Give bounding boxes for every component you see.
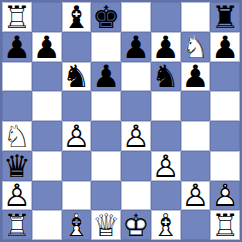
square-h4[interactable]: [210, 121, 240, 151]
black-piece-glyph: ♞: [62, 61, 92, 92]
white-piece-outline-glyph: ♗: [151, 210, 181, 241]
square-d7[interactable]: [91, 32, 121, 62]
square-a1[interactable]: ♜♖: [2, 210, 32, 240]
white-piece-fill-glyph: ♞: [181, 31, 211, 62]
white-piece-outline-glyph: ♔: [121, 210, 151, 241]
white-pawn-f3[interactable]: ♟♙: [151, 151, 181, 181]
white-piece-outline-glyph: ♖: [2, 210, 32, 241]
black-piece-glyph: ♝: [62, 1, 92, 32]
square-c8[interactable]: ♝: [62, 2, 92, 32]
white-piece-outline-glyph: ♕: [91, 210, 121, 241]
white-piece-fill-glyph: ♟: [210, 180, 240, 211]
square-h5[interactable]: [210, 91, 240, 121]
square-b5[interactable]: [32, 91, 62, 121]
square-b1[interactable]: [32, 210, 62, 240]
square-f7[interactable]: ♟: [151, 32, 181, 62]
square-f3[interactable]: ♟♙: [151, 151, 181, 181]
white-piece-outline-glyph: ♘: [2, 120, 32, 151]
white-piece-fill-glyph: ♚: [121, 210, 151, 241]
black-pawn-f7[interactable]: ♟: [151, 32, 181, 62]
black-piece-glyph: ♟: [121, 31, 151, 62]
square-d2[interactable]: [91, 181, 121, 211]
white-piece-outline-glyph: ♘: [181, 31, 211, 62]
square-e7[interactable]: ♟: [121, 32, 151, 62]
square-g6[interactable]: ♟: [181, 62, 211, 92]
black-pawn-h7[interactable]: ♟: [210, 32, 240, 62]
white-piece-outline-glyph: ♙: [121, 120, 151, 151]
black-piece-glyph: ♟: [151, 31, 181, 62]
white-pawn-g2[interactable]: ♟♙: [181, 181, 211, 211]
white-knight-g7[interactable]: ♞♘: [181, 32, 211, 62]
square-d4[interactable]: [91, 121, 121, 151]
white-piece-fill-glyph: ♟: [151, 150, 181, 181]
white-piece-fill-glyph: ♜: [210, 210, 240, 241]
white-piece-outline-glyph: ♙: [210, 180, 240, 211]
square-c7[interactable]: [62, 32, 92, 62]
black-knight-f6[interactable]: ♞: [151, 62, 181, 92]
square-f2[interactable]: [151, 181, 181, 211]
chess-board: ♜♖♝♚♜♟♟♟♟♞♘♟♞♟♞♟♞♘♟♙♟♙♛♟♙♟♙♟♙♟♙♜♖♝♗♛♕♚♔♝…: [0, 0, 242, 242]
white-piece-outline-glyph: ♙: [151, 150, 181, 181]
square-d6[interactable]: ♟: [91, 62, 121, 92]
white-pawn-e4[interactable]: ♟♙: [121, 121, 151, 151]
square-e8[interactable]: [121, 2, 151, 32]
square-g3[interactable]: [181, 151, 211, 181]
square-f4[interactable]: [151, 121, 181, 151]
square-c4[interactable]: ♟♙: [62, 121, 92, 151]
square-b2[interactable]: [32, 181, 62, 211]
square-a6[interactable]: [2, 62, 32, 92]
white-piece-outline-glyph: ♙: [181, 180, 211, 211]
square-a3[interactable]: ♛: [2, 151, 32, 181]
black-knight-c6[interactable]: ♞: [62, 62, 92, 92]
black-piece-glyph: ♚: [91, 1, 121, 32]
white-rook-a1[interactable]: ♜♖: [2, 210, 32, 240]
square-d8[interactable]: ♚: [91, 2, 121, 32]
square-g1[interactable]: [181, 210, 211, 240]
square-b6[interactable]: [32, 62, 62, 92]
square-b4[interactable]: [32, 121, 62, 151]
white-pawn-a2[interactable]: ♟♙: [2, 181, 32, 211]
white-knight-a4[interactable]: ♞♘: [2, 121, 32, 151]
square-c6[interactable]: ♞: [62, 62, 92, 92]
white-piece-fill-glyph: ♛: [91, 210, 121, 241]
square-a8[interactable]: ♜♖: [2, 2, 32, 32]
black-piece-glyph: ♟: [210, 31, 240, 62]
white-queen-d1[interactable]: ♛♕: [91, 210, 121, 240]
white-piece-outline-glyph: ♖: [2, 1, 32, 32]
square-h1[interactable]: ♜♖: [210, 210, 240, 240]
square-h8[interactable]: ♜: [210, 2, 240, 32]
black-piece-glyph: ♟: [91, 61, 121, 92]
square-g2[interactable]: ♟♙: [181, 181, 211, 211]
square-e5[interactable]: [121, 91, 151, 121]
square-d5[interactable]: [91, 91, 121, 121]
square-c1[interactable]: ♝♗: [62, 210, 92, 240]
white-piece-fill-glyph: ♞: [2, 120, 32, 151]
white-piece-fill-glyph: ♝: [151, 210, 181, 241]
white-piece-outline-glyph: ♗: [62, 210, 92, 241]
square-c3[interactable]: [62, 151, 92, 181]
square-g5[interactable]: [181, 91, 211, 121]
black-pawn-d6[interactable]: ♟: [91, 62, 121, 92]
white-piece-fill-glyph: ♟: [2, 180, 32, 211]
black-piece-glyph: ♟: [181, 61, 211, 92]
square-h7[interactable]: ♟: [210, 32, 240, 62]
white-piece-fill-glyph: ♜: [2, 1, 32, 32]
square-e4[interactable]: ♟♙: [121, 121, 151, 151]
white-piece-fill-glyph: ♟: [121, 120, 151, 151]
square-f5[interactable]: [151, 91, 181, 121]
square-h3[interactable]: [210, 151, 240, 181]
black-piece-glyph: ♜: [210, 1, 240, 32]
white-piece-fill-glyph: ♟: [181, 180, 211, 211]
black-piece-glyph: ♟: [2, 31, 32, 62]
white-piece-outline-glyph: ♙: [2, 180, 32, 211]
white-bishop-f1[interactable]: ♝♗: [151, 210, 181, 240]
square-b3[interactable]: [32, 151, 62, 181]
black-pawn-a7[interactable]: ♟: [2, 32, 32, 62]
white-piece-fill-glyph: ♜: [2, 210, 32, 241]
square-d3[interactable]: [91, 151, 121, 181]
white-piece-outline-glyph: ♖: [210, 210, 240, 241]
square-e6[interactable]: [121, 62, 151, 92]
black-queen-a3[interactable]: ♛: [2, 151, 32, 181]
white-pawn-c4[interactable]: ♟♙: [62, 121, 92, 151]
black-pawn-e7[interactable]: ♟: [121, 32, 151, 62]
square-a5[interactable]: [2, 91, 32, 121]
square-g8[interactable]: [181, 2, 211, 32]
square-e3[interactable]: [121, 151, 151, 181]
square-f8[interactable]: [151, 2, 181, 32]
black-pawn-g6[interactable]: ♟: [181, 62, 211, 92]
black-king-d8[interactable]: ♚: [91, 2, 121, 32]
square-g4[interactable]: [181, 121, 211, 151]
black-piece-glyph: ♞: [151, 61, 181, 92]
black-piece-glyph: ♟: [32, 31, 62, 62]
white-pawn-h2[interactable]: ♟♙: [210, 181, 240, 211]
white-king-e1[interactable]: ♚♔: [121, 210, 151, 240]
square-h2[interactable]: ♟♙: [210, 181, 240, 211]
square-g7[interactable]: ♞♘: [181, 32, 211, 62]
white-bishop-c1[interactable]: ♝♗: [62, 210, 92, 240]
square-a7[interactable]: ♟: [2, 32, 32, 62]
square-e2[interactable]: [121, 181, 151, 211]
square-c5[interactable]: [62, 91, 92, 121]
square-a2[interactable]: ♟♙: [2, 181, 32, 211]
square-c2[interactable]: [62, 181, 92, 211]
white-rook-a8[interactable]: ♜♖: [2, 2, 32, 32]
square-e1[interactable]: ♚♔: [121, 210, 151, 240]
square-b8[interactable]: [32, 2, 62, 32]
white-piece-fill-glyph: ♟: [62, 120, 92, 151]
square-f1[interactable]: ♝♗: [151, 210, 181, 240]
white-rook-h1[interactable]: ♜♖: [210, 210, 240, 240]
black-rook-h8[interactable]: ♜: [210, 2, 240, 32]
black-pawn-b7[interactable]: ♟: [32, 32, 62, 62]
black-piece-glyph: ♛: [2, 150, 32, 181]
square-d1[interactable]: ♛♕: [91, 210, 121, 240]
white-piece-fill-glyph: ♝: [62, 210, 92, 241]
square-a4[interactable]: ♞♘: [2, 121, 32, 151]
black-bishop-c8[interactable]: ♝: [62, 2, 92, 32]
square-f6[interactable]: ♞: [151, 62, 181, 92]
square-b7[interactable]: ♟: [32, 32, 62, 62]
white-piece-outline-glyph: ♙: [62, 120, 92, 151]
square-h6[interactable]: [210, 62, 240, 92]
